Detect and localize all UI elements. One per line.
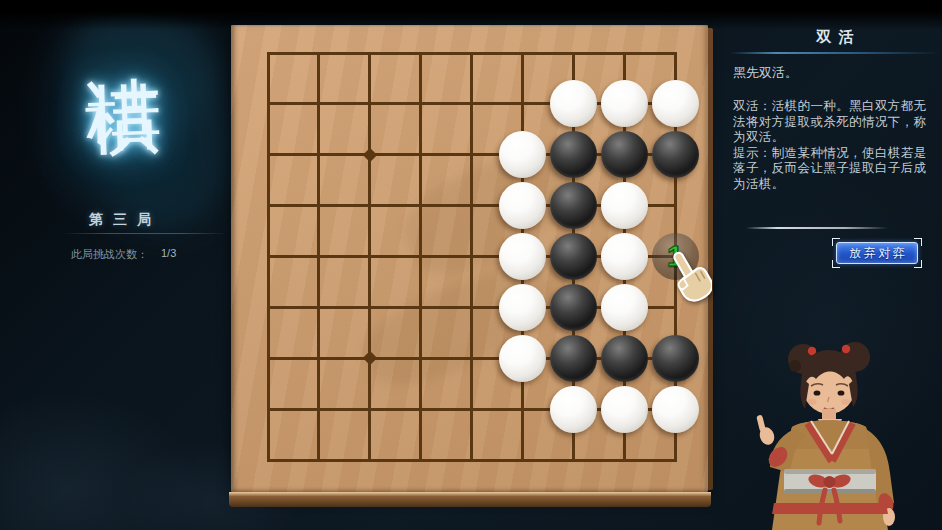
black-stone (652, 131, 699, 178)
white-stone (499, 233, 546, 280)
left-divider (62, 233, 228, 234)
corner-bracket-icon (832, 238, 840, 246)
black-stone (550, 335, 597, 382)
grid-line-vertical (470, 52, 473, 462)
corner-bracket-icon (914, 238, 922, 246)
grid-line-horizontal (267, 459, 677, 462)
white-stone (652, 386, 699, 433)
puzzle-info-panel: 双活 黑先双活。 双活：活棋的一种。黑白双方都无法将对方提取或杀死的情况下，称为… (730, 25, 940, 193)
white-stone (499, 131, 546, 178)
corner-bracket-icon (914, 260, 922, 268)
smoke-haze (0, 390, 200, 530)
character-illustration (748, 333, 942, 530)
right-divider (746, 227, 888, 229)
corner-bracket-icon (832, 260, 840, 268)
puzzle-mode-title: 诘棋 (83, 15, 165, 198)
star-point (363, 351, 377, 365)
black-stone (550, 182, 597, 229)
white-stone (601, 182, 648, 229)
white-stone (601, 284, 648, 331)
puzzle-title: 双活 (730, 28, 940, 47)
star-point (363, 148, 377, 162)
white-stone (601, 233, 648, 280)
white-stone (499, 284, 546, 331)
title-underline (730, 52, 940, 54)
tsumego-game-screen: 诘棋 第三局 此局挑战次数： 1/3 1 双活 黑先双活。 双活：活棋的一种。黑… (0, 0, 942, 530)
white-stone (499, 335, 546, 382)
black-stone (601, 335, 648, 382)
black-stone (550, 233, 597, 280)
attempts-label: 此局挑战次数： (71, 247, 148, 262)
puzzle-objective: 黑先双活。 (733, 64, 940, 82)
white-stone (499, 182, 546, 229)
puzzle-description: 双活：活棋的一种。黑白双方都无法将对方提取或杀死的情况下，称为双活。 提示：制造… (733, 99, 939, 193)
stage-label: 第三局 (10, 211, 230, 229)
hand-cursor-icon (666, 248, 712, 304)
white-stone (550, 386, 597, 433)
black-stone (550, 131, 597, 178)
black-stone (550, 284, 597, 331)
black-stone (601, 131, 648, 178)
attempts-value: 1/3 (161, 247, 176, 259)
white-stone (550, 80, 597, 127)
white-stone (601, 80, 648, 127)
go-board[interactable]: 1 (231, 25, 708, 492)
white-stone (652, 80, 699, 127)
black-stone (652, 335, 699, 382)
white-stone (601, 386, 648, 433)
give-up-button[interactable]: 放弃对弈 (836, 242, 918, 264)
give-up-button-label: 放弃对弈 (847, 245, 908, 262)
